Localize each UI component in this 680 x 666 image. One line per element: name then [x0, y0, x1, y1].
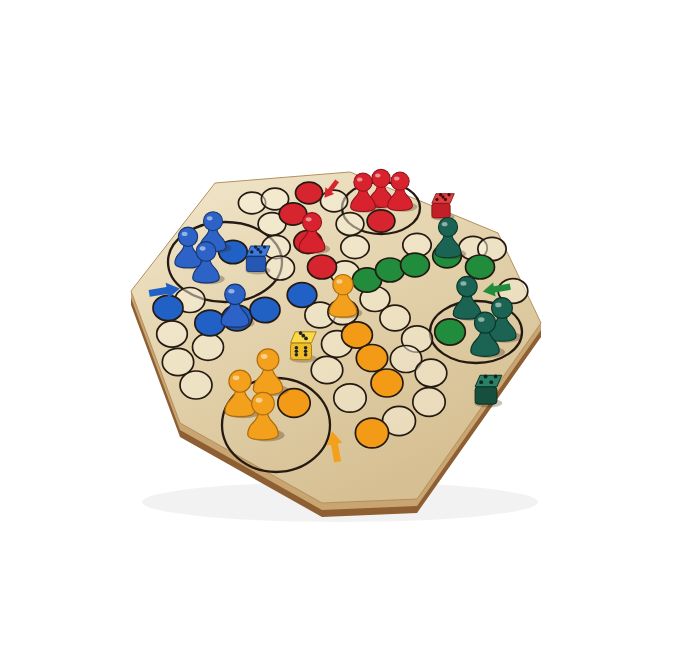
cell-orange[interactable] [356, 345, 387, 372]
cell-white[interactable] [413, 388, 445, 417]
cell-red[interactable] [296, 182, 323, 204]
cell-white[interactable] [266, 256, 295, 280]
cell-white[interactable] [157, 321, 188, 347]
cell-green-home-spot[interactable] [435, 319, 466, 345]
cell-red[interactable] [308, 255, 337, 279]
die-red[interactable] [431, 193, 455, 221]
cell-white[interactable] [180, 371, 212, 399]
cell-white[interactable] [320, 190, 347, 212]
cell-white[interactable] [193, 334, 224, 361]
cell-green[interactable] [401, 253, 430, 277]
cell-white[interactable] [311, 356, 343, 383]
ludo-board-photo [0, 0, 680, 666]
cell-white[interactable] [380, 305, 410, 331]
cell-white[interactable] [336, 213, 364, 236]
cell-orange[interactable] [355, 418, 388, 448]
cell-orange[interactable] [371, 369, 403, 397]
cell-red-home-spot[interactable] [367, 210, 395, 232]
cell-green[interactable] [466, 255, 495, 279]
cell-blue[interactable] [153, 295, 183, 320]
cell-blue[interactable] [195, 310, 225, 336]
cell-white[interactable] [334, 384, 366, 412]
cell-green[interactable] [376, 258, 405, 282]
board-svg [0, 0, 680, 666]
cell-white[interactable] [341, 235, 369, 258]
cell-blue[interactable] [250, 297, 280, 322]
cell-blue[interactable] [287, 283, 317, 308]
cell-white[interactable] [415, 359, 447, 387]
